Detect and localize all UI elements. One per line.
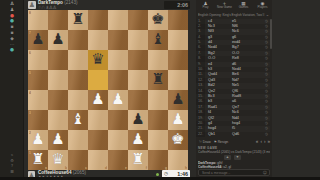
square-e8[interactable]: [108, 10, 128, 30]
piece-black-pawn[interactable]: ♟: [28, 30, 48, 50]
tab-new-game[interactable]: + New Game: [215, 1, 234, 12]
piece-white-rook[interactable]: ♜: [28, 150, 48, 170]
square-b8[interactable]: [48, 10, 68, 30]
nav-back-button[interactable]: ‹: [260, 138, 262, 145]
square-a8[interactable]: 8: [28, 10, 48, 30]
piece-black-pawn[interactable]: ♟: [48, 30, 68, 50]
square-a4[interactable]: 4: [28, 90, 48, 110]
sidebar-footer-icons: «⚙?☰: [0, 153, 24, 174]
file-label: c: [85, 166, 87, 170]
square-g7[interactable]: ♝: [148, 30, 168, 50]
rank-label: 5: [29, 71, 31, 75]
thumbs-down-icon[interactable]: ▼: [234, 155, 241, 160]
piece-black-pawn[interactable]: ♟: [128, 110, 148, 130]
square-b5[interactable]: [48, 70, 68, 90]
rank-label: 3: [29, 111, 31, 115]
square-c8[interactable]: ♜: [68, 10, 88, 30]
square-b1[interactable]: b♛: [48, 150, 68, 170]
square-a3[interactable]: 3: [28, 110, 48, 130]
tab-play[interactable]: ♟ Play: [196, 1, 215, 12]
square-a7[interactable]: 7♟: [28, 30, 48, 50]
move-list: 1.c4e5◷2.Nc3Nf6◷3.Nf3Nc6◷4.g3g6◷5.d4exd4…: [196, 19, 270, 138]
square-h4[interactable]: ♟: [168, 90, 188, 110]
square-g4[interactable]: [148, 90, 168, 110]
piece-black-king[interactable]: ♚: [148, 10, 168, 30]
square-c4[interactable]: [68, 90, 88, 110]
square-e6[interactable]: [108, 50, 128, 70]
player-rating-bottom: (2065): [73, 170, 86, 175]
square-f4[interactable]: [128, 90, 148, 110]
square-d5[interactable]: [88, 70, 108, 90]
piece-white-pawn[interactable]: ♟: [108, 90, 128, 110]
piece-white-pawn[interactable]: ♟: [128, 130, 148, 150]
square-c3[interactable]: ♝: [68, 110, 88, 130]
square-g1[interactable]: g: [148, 150, 168, 170]
square-e7[interactable]: [108, 30, 128, 50]
emoji-icon[interactable]: ☺: [263, 170, 267, 176]
square-h8[interactable]: [168, 10, 188, 30]
clock-top: 2:06: [164, 1, 190, 9]
chat-input[interactable]: Send a message...☺: [198, 169, 270, 176]
square-b7[interactable]: ♟: [48, 30, 68, 50]
square-e1[interactable]: e: [108, 150, 128, 170]
piece-white-pawn[interactable]: ♟: [28, 130, 48, 150]
square-b2[interactable]: ♟: [48, 130, 68, 150]
square-a6[interactable]: 6: [28, 50, 48, 70]
square-f3[interactable]: ♟: [128, 110, 148, 130]
square-c5[interactable]: [68, 70, 88, 90]
square-c2[interactable]: [68, 130, 88, 150]
rank-label: 6: [29, 51, 31, 55]
square-c7[interactable]: [68, 30, 88, 50]
square-f7[interactable]: [128, 30, 148, 50]
white-move[interactable]: Qb1: [205, 132, 229, 137]
avatar-top[interactable]: ♟: [28, 1, 36, 9]
square-b6[interactable]: [48, 50, 68, 70]
square-g8[interactable]: ♚: [148, 10, 168, 30]
help-icon[interactable]: ?: [11, 164, 13, 168]
square-f6[interactable]: [128, 50, 148, 70]
language-icon[interactable]: ☰: [10, 170, 14, 174]
black-move[interactable]: Qd6: [229, 132, 253, 137]
square-c6[interactable]: [68, 50, 88, 70]
piece-white-rook[interactable]: ♜: [128, 150, 148, 170]
square-h6[interactable]: [168, 50, 188, 70]
sidebar-icon-list: ♙♟●●▪▪◆⋯●: [0, 2, 24, 53]
chat-game-info: CoffeeHouse64 (2065) vs DarkTempo (2143)…: [198, 150, 270, 154]
square-e2[interactable]: [108, 130, 128, 150]
square-f2[interactable]: ♟: [128, 130, 148, 150]
move-row: 22.Qb1Qd6◷: [196, 132, 270, 137]
square-e5[interactable]: [108, 70, 128, 90]
nav-last-button[interactable]: »: [267, 138, 270, 145]
piece-white-queen[interactable]: ♛: [48, 150, 68, 170]
opening-toggle-icons[interactable]: ≡ ⌄: [262, 12, 269, 17]
square-h1[interactable]: h: [168, 150, 188, 170]
file-label: d: [105, 166, 107, 170]
player-rating-top: (2143): [64, 0, 77, 5]
nav-first-button[interactable]: «: [256, 138, 259, 145]
bottom-strip: [0, 177, 320, 180]
file-label: e: [125, 166, 127, 170]
right-panel: ♟ Play + New Game ▦ Games ◉ Players Engl…: [196, 0, 272, 177]
square-d4[interactable]: ♟: [88, 90, 108, 110]
piece-white-king[interactable]: ♚: [168, 130, 188, 150]
draw-button[interactable]: ½ Draw: [199, 140, 211, 144]
rank-label: 8: [29, 11, 31, 15]
piece-white-pawn[interactable]: ♟: [88, 90, 108, 110]
nav-forward-button[interactable]: ›: [264, 138, 266, 145]
rank-label: 4: [29, 91, 31, 95]
game-controls: ½ Draw ⚑ Resign « ‹ › »: [196, 138, 272, 145]
support-icon[interactable]: ●: [10, 48, 14, 53]
panel-tabs: ♟ Play + New Game ▦ Games ◉ Players: [196, 1, 272, 12]
square-f5[interactable]: [128, 70, 148, 90]
piece-black-rook[interactable]: ♜: [68, 10, 88, 30]
opening-name: English Opening: King's English Variatio…: [198, 13, 262, 18]
move-clock-icon: ◷: [253, 132, 270, 137]
thumbs-up-icon[interactable]: ▲: [224, 155, 231, 160]
square-e4[interactable]: ♟: [108, 90, 128, 110]
file-label: h: [185, 166, 187, 170]
piece-black-bishop[interactable]: ♝: [148, 30, 168, 50]
square-a5[interactable]: 5: [28, 70, 48, 90]
square-b4[interactable]: [48, 90, 68, 110]
chess-board[interactable]: 8♜♚7♟♟♝6♛5♜4♟♟♟3♝♟♟2♟♟♟♚1a♜b♛cdef♜gh: [28, 10, 188, 170]
square-g6[interactable]: [148, 50, 168, 70]
square-h2[interactable]: ♚: [168, 130, 188, 150]
online-indicator: [156, 173, 159, 176]
social-icon[interactable]: ◆: [10, 37, 14, 42]
piece-black-queen[interactable]: ♛: [88, 50, 108, 70]
square-g2[interactable]: [148, 130, 168, 150]
play-icon[interactable]: ♟: [10, 8, 14, 13]
square-g5[interactable]: ♜: [148, 70, 168, 90]
chat-reactions: ▲ ▼: [198, 154, 270, 161]
square-h5[interactable]: [168, 70, 188, 90]
tab-players[interactable]: ◉ Players: [253, 1, 272, 12]
square-d1[interactable]: d: [88, 150, 108, 170]
square-d2[interactable]: [88, 130, 108, 150]
app-window: ♙♟●●▪▪◆⋯● «⚙?☰ ♟ DarkTempo (2143) ♘♘♗♙♙ …: [0, 0, 320, 180]
square-d6[interactable]: ♛: [88, 50, 108, 70]
resign-button[interactable]: ⚑ Resign: [214, 140, 229, 144]
square-b3[interactable]: [48, 110, 68, 130]
square-h7[interactable]: [168, 30, 188, 50]
chat-area: NEW GAME CoffeeHouse64 (2065) vs DarkTem…: [198, 146, 270, 169]
piece-white-pawn[interactable]: ♟: [48, 130, 68, 150]
square-g3[interactable]: [148, 110, 168, 130]
square-d3[interactable]: [88, 110, 108, 130]
square-f1[interactable]: f♜: [128, 150, 148, 170]
square-f8[interactable]: [128, 10, 148, 30]
file-label: g: [165, 166, 167, 170]
piece-white-pawn[interactable]: ♟: [168, 110, 188, 130]
square-e3[interactable]: [108, 110, 128, 130]
left-sidebar: ♙♟●●▪▪◆⋯● «⚙?☰: [0, 0, 24, 177]
piece-black-pawn[interactable]: ♟: [168, 90, 188, 110]
piece-black-rook[interactable]: ♜: [148, 70, 168, 90]
square-d8[interactable]: [88, 10, 108, 30]
square-h3[interactable]: ♟: [168, 110, 188, 130]
move-navigation: « ‹ › »: [256, 138, 270, 145]
move-list-scrollbar[interactable]: [270, 19, 272, 49]
square-a2[interactable]: 2♟: [28, 130, 48, 150]
square-d7[interactable]: [88, 30, 108, 50]
square-a1[interactable]: 1a♜: [28, 150, 48, 170]
square-c1[interactable]: c: [68, 150, 88, 170]
tab-games[interactable]: ▦ Games: [234, 1, 253, 12]
piece-white-bishop[interactable]: ♝: [68, 110, 88, 130]
move-number: 22.: [196, 132, 205, 137]
